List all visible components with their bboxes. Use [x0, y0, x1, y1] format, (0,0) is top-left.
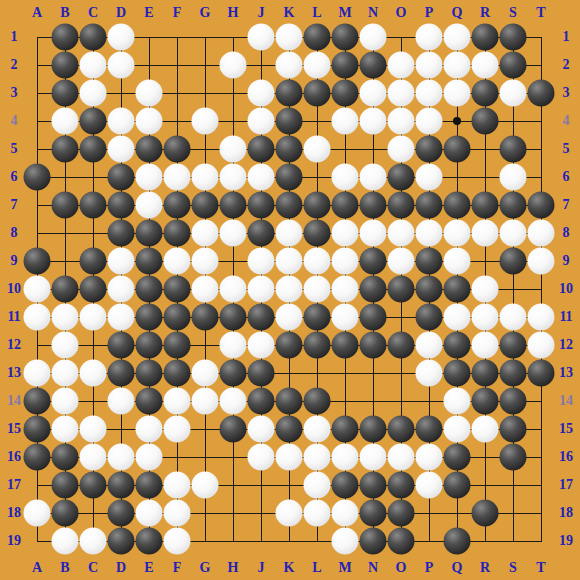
white-stone-G6 — [192, 164, 219, 191]
black-stone-O6 — [388, 164, 415, 191]
black-stone-N12 — [360, 332, 387, 359]
black-stone-H13 — [220, 360, 247, 387]
go-board[interactable]: AABBCCDDEEFFGGHHJJKKLLMMNNOOPPQQRRSSTT11… — [0, 0, 580, 580]
white-stone-J4 — [248, 108, 275, 135]
black-stone-Q19 — [444, 528, 471, 555]
black-stone-J11 — [248, 304, 275, 331]
white-stone-P13 — [416, 360, 443, 387]
white-stone-D14 — [108, 388, 135, 415]
white-stone-O5 — [388, 136, 415, 163]
white-stone-G8 — [192, 220, 219, 247]
black-stone-N17 — [360, 472, 387, 499]
black-stone-M17 — [332, 472, 359, 499]
coordinate-label: K — [284, 6, 295, 20]
coordinate-label: 18 — [559, 506, 573, 520]
black-stone-C7 — [80, 192, 107, 219]
black-stone-K12 — [276, 332, 303, 359]
coordinate-label: D — [116, 6, 126, 20]
black-stone-Q7 — [444, 192, 471, 219]
black-stone-H15 — [220, 416, 247, 443]
black-stone-L11 — [304, 304, 331, 331]
coordinate-label: 1 — [11, 30, 18, 44]
black-stone-A9 — [24, 248, 51, 275]
coordinate-label: 1 — [563, 30, 570, 44]
black-stone-P11 — [416, 304, 443, 331]
black-stone-P10 — [416, 276, 443, 303]
coordinate-label: 18 — [7, 506, 21, 520]
white-stone-M4 — [332, 108, 359, 135]
white-stone-M6 — [332, 164, 359, 191]
black-stone-G7 — [192, 192, 219, 219]
black-stone-D6 — [108, 164, 135, 191]
black-stone-N15 — [360, 416, 387, 443]
black-stone-B17 — [52, 472, 79, 499]
black-stone-A16 — [24, 444, 51, 471]
coordinate-label: B — [60, 561, 69, 575]
black-stone-E12 — [136, 332, 163, 359]
black-stone-E5 — [136, 136, 163, 163]
coordinate-label: D — [116, 561, 126, 575]
black-stone-R13 — [472, 360, 499, 387]
white-stone-K18 — [276, 500, 303, 527]
black-stone-T7 — [528, 192, 555, 219]
white-stone-O3 — [388, 80, 415, 107]
white-stone-G4 — [192, 108, 219, 135]
black-stone-H11 — [220, 304, 247, 331]
black-stone-M7 — [332, 192, 359, 219]
white-stone-K11 — [276, 304, 303, 331]
coordinate-label: 7 — [563, 198, 570, 212]
black-stone-P7 — [416, 192, 443, 219]
black-stone-P15 — [416, 416, 443, 443]
coordinate-label: N — [368, 6, 378, 20]
white-stone-J15 — [248, 416, 275, 443]
black-stone-R14 — [472, 388, 499, 415]
white-stone-N3 — [360, 80, 387, 107]
black-stone-N18 — [360, 500, 387, 527]
black-stone-D7 — [108, 192, 135, 219]
black-stone-O19 — [388, 528, 415, 555]
white-stone-C13 — [80, 360, 107, 387]
coordinate-label: 6 — [563, 170, 570, 184]
coordinate-label: 14 — [7, 394, 21, 408]
white-stone-C16 — [80, 444, 107, 471]
white-stone-N16 — [360, 444, 387, 471]
coordinate-label: 11 — [559, 310, 572, 324]
white-stone-O9 — [388, 248, 415, 275]
white-stone-A10 — [24, 276, 51, 303]
black-stone-B2 — [52, 52, 79, 79]
white-stone-G17 — [192, 472, 219, 499]
black-stone-S1 — [500, 24, 527, 51]
white-stone-J3 — [248, 80, 275, 107]
black-stone-S16 — [500, 444, 527, 471]
coordinate-label: 6 — [11, 170, 18, 184]
black-stone-L3 — [304, 80, 331, 107]
coordinate-label: R — [480, 6, 490, 20]
coordinate-label: 16 — [559, 450, 573, 464]
white-stone-F9 — [164, 248, 191, 275]
black-stone-S13 — [500, 360, 527, 387]
black-stone-Q13 — [444, 360, 471, 387]
black-stone-E10 — [136, 276, 163, 303]
white-stone-B12 — [52, 332, 79, 359]
white-stone-T9 — [528, 248, 555, 275]
black-stone-F11 — [164, 304, 191, 331]
black-stone-K14 — [276, 388, 303, 415]
coordinate-label: 10 — [559, 282, 573, 296]
white-stone-B15 — [52, 416, 79, 443]
coordinate-label: S — [509, 6, 517, 20]
board-vline — [541, 37, 542, 542]
white-stone-R11 — [472, 304, 499, 331]
white-stone-J12 — [248, 332, 275, 359]
coordinate-label: C — [88, 6, 98, 20]
white-stone-H10 — [220, 276, 247, 303]
coordinate-label: B — [60, 6, 69, 20]
white-stone-L2 — [304, 52, 331, 79]
black-stone-E11 — [136, 304, 163, 331]
black-stone-O10 — [388, 276, 415, 303]
black-stone-Q12 — [444, 332, 471, 359]
coordinate-label: F — [173, 561, 182, 575]
black-stone-J7 — [248, 192, 275, 219]
white-stone-D4 — [108, 108, 135, 135]
white-stone-K16 — [276, 444, 303, 471]
coordinate-label: 2 — [563, 58, 570, 72]
white-stone-F14 — [164, 388, 191, 415]
white-stone-L16 — [304, 444, 331, 471]
white-stone-G9 — [192, 248, 219, 275]
black-stone-E9 — [136, 248, 163, 275]
black-stone-D13 — [108, 360, 135, 387]
black-stone-O7 — [388, 192, 415, 219]
black-stone-R18 — [472, 500, 499, 527]
white-stone-T12 — [528, 332, 555, 359]
white-stone-M11 — [332, 304, 359, 331]
coordinate-label: H — [228, 6, 239, 20]
coordinate-label: M — [338, 6, 351, 20]
black-stone-C17 — [80, 472, 107, 499]
black-stone-S7 — [500, 192, 527, 219]
white-stone-K2 — [276, 52, 303, 79]
white-stone-E18 — [136, 500, 163, 527]
black-stone-J13 — [248, 360, 275, 387]
black-stone-Q10 — [444, 276, 471, 303]
white-stone-C19 — [80, 528, 107, 555]
black-stone-C5 — [80, 136, 107, 163]
white-stone-M8 — [332, 220, 359, 247]
black-stone-K4 — [276, 108, 303, 135]
black-stone-O18 — [388, 500, 415, 527]
coordinate-label: 19 — [559, 534, 573, 548]
coordinate-label: O — [396, 6, 407, 20]
black-stone-B1 — [52, 24, 79, 51]
white-stone-C11 — [80, 304, 107, 331]
black-stone-A15 — [24, 416, 51, 443]
white-stone-Q3 — [444, 80, 471, 107]
black-stone-D19 — [108, 528, 135, 555]
black-stone-E17 — [136, 472, 163, 499]
black-stone-S15 — [500, 416, 527, 443]
white-stone-L15 — [304, 416, 331, 443]
white-stone-H6 — [220, 164, 247, 191]
white-stone-J10 — [248, 276, 275, 303]
black-stone-F7 — [164, 192, 191, 219]
coordinate-label: 12 — [559, 338, 573, 352]
black-stone-S9 — [500, 248, 527, 275]
black-stone-K15 — [276, 416, 303, 443]
white-stone-P4 — [416, 108, 443, 135]
white-stone-P2 — [416, 52, 443, 79]
white-stone-S6 — [500, 164, 527, 191]
coordinate-label: 11 — [7, 310, 20, 324]
coordinate-label: Q — [452, 561, 463, 575]
white-stone-Q15 — [444, 416, 471, 443]
black-stone-D18 — [108, 500, 135, 527]
white-stone-N8 — [360, 220, 387, 247]
black-stone-D8 — [108, 220, 135, 247]
white-stone-A11 — [24, 304, 51, 331]
coordinate-label: L — [312, 6, 321, 20]
coordinate-label: M — [338, 561, 351, 575]
white-stone-M9 — [332, 248, 359, 275]
white-stone-F19 — [164, 528, 191, 555]
coordinate-label: J — [258, 561, 265, 575]
coordinate-label: R — [480, 561, 490, 575]
black-stone-M15 — [332, 416, 359, 443]
black-stone-F12 — [164, 332, 191, 359]
coordinate-label: 17 — [559, 478, 573, 492]
white-stone-R12 — [472, 332, 499, 359]
white-stone-P16 — [416, 444, 443, 471]
white-stone-M16 — [332, 444, 359, 471]
black-stone-Q5 — [444, 136, 471, 163]
coordinate-label: 8 — [11, 226, 18, 240]
black-stone-B5 — [52, 136, 79, 163]
black-stone-E8 — [136, 220, 163, 247]
white-stone-R15 — [472, 416, 499, 443]
black-stone-N9 — [360, 248, 387, 275]
white-stone-D9 — [108, 248, 135, 275]
white-stone-G14 — [192, 388, 219, 415]
coordinate-label: T — [536, 6, 545, 20]
white-stone-N4 — [360, 108, 387, 135]
black-stone-Q16 — [444, 444, 471, 471]
black-stone-L14 — [304, 388, 331, 415]
black-stone-P9 — [416, 248, 443, 275]
white-stone-O4 — [388, 108, 415, 135]
coordinate-label: 14 — [559, 394, 573, 408]
white-stone-E4 — [136, 108, 163, 135]
black-stone-F8 — [164, 220, 191, 247]
black-stone-N11 — [360, 304, 387, 331]
black-stone-T13 — [528, 360, 555, 387]
coordinate-label: 2 — [11, 58, 18, 72]
coordinate-label: 19 — [7, 534, 21, 548]
white-stone-P6 — [416, 164, 443, 191]
black-stone-C1 — [80, 24, 107, 51]
black-stone-Q17 — [444, 472, 471, 499]
coordinate-label: 9 — [563, 254, 570, 268]
white-stone-N1 — [360, 24, 387, 51]
white-stone-B14 — [52, 388, 79, 415]
white-stone-D11 — [108, 304, 135, 331]
white-stone-H8 — [220, 220, 247, 247]
white-stone-A13 — [24, 360, 51, 387]
black-stone-T3 — [528, 80, 555, 107]
white-stone-J16 — [248, 444, 275, 471]
coordinate-label: 5 — [563, 142, 570, 156]
white-stone-S8 — [500, 220, 527, 247]
black-stone-K7 — [276, 192, 303, 219]
white-stone-F15 — [164, 416, 191, 443]
black-stone-N19 — [360, 528, 387, 555]
black-stone-A14 — [24, 388, 51, 415]
white-stone-J1 — [248, 24, 275, 51]
white-stone-H5 — [220, 136, 247, 163]
coordinate-label: 13 — [559, 366, 573, 380]
white-stone-P1 — [416, 24, 443, 51]
white-stone-S11 — [500, 304, 527, 331]
black-stone-B7 — [52, 192, 79, 219]
black-stone-C9 — [80, 248, 107, 275]
white-stone-R10 — [472, 276, 499, 303]
white-stone-O8 — [388, 220, 415, 247]
coordinate-label: S — [509, 561, 517, 575]
white-stone-L9 — [304, 248, 331, 275]
black-stone-N2 — [360, 52, 387, 79]
white-stone-R8 — [472, 220, 499, 247]
coordinate-label: 15 — [559, 422, 573, 436]
white-stone-T11 — [528, 304, 555, 331]
white-stone-B4 — [52, 108, 79, 135]
black-stone-N10 — [360, 276, 387, 303]
white-stone-C3 — [80, 80, 107, 107]
white-stone-D2 — [108, 52, 135, 79]
white-stone-Q11 — [444, 304, 471, 331]
black-stone-D17 — [108, 472, 135, 499]
black-stone-R1 — [472, 24, 499, 51]
white-stone-H12 — [220, 332, 247, 359]
white-stone-Q8 — [444, 220, 471, 247]
black-stone-S12 — [500, 332, 527, 359]
white-stone-M19 — [332, 528, 359, 555]
white-stone-K10 — [276, 276, 303, 303]
white-stone-K1 — [276, 24, 303, 51]
coordinate-label: P — [425, 6, 434, 20]
black-stone-M12 — [332, 332, 359, 359]
white-stone-L5 — [304, 136, 331, 163]
white-stone-G10 — [192, 276, 219, 303]
black-stone-L1 — [304, 24, 331, 51]
white-stone-P17 — [416, 472, 443, 499]
coordinate-label: 4 — [11, 114, 18, 128]
white-stone-C2 — [80, 52, 107, 79]
black-stone-L7 — [304, 192, 331, 219]
coordinate-label: 5 — [11, 142, 18, 156]
coordinate-label: 13 — [7, 366, 21, 380]
white-stone-M10 — [332, 276, 359, 303]
coordinate-label: E — [144, 561, 153, 575]
white-stone-P12 — [416, 332, 443, 359]
black-stone-M2 — [332, 52, 359, 79]
black-stone-E13 — [136, 360, 163, 387]
black-stone-B10 — [52, 276, 79, 303]
coordinate-label: 10 — [7, 282, 21, 296]
white-stone-S3 — [500, 80, 527, 107]
black-stone-D12 — [108, 332, 135, 359]
black-stone-B3 — [52, 80, 79, 107]
black-stone-L12 — [304, 332, 331, 359]
white-stone-F6 — [164, 164, 191, 191]
black-stone-A6 — [24, 164, 51, 191]
white-stone-E6 — [136, 164, 163, 191]
white-stone-N6 — [360, 164, 387, 191]
white-stone-D1 — [108, 24, 135, 51]
black-stone-F10 — [164, 276, 191, 303]
white-stone-J6 — [248, 164, 275, 191]
black-stone-E19 — [136, 528, 163, 555]
coordinate-label: G — [200, 6, 211, 20]
black-stone-E14 — [136, 388, 163, 415]
coordinate-label: C — [88, 561, 98, 575]
white-stone-Q9 — [444, 248, 471, 275]
white-stone-B13 — [52, 360, 79, 387]
coordinate-label: 7 — [11, 198, 18, 212]
coordinate-label: Q — [452, 6, 463, 20]
coordinate-label: F — [173, 6, 182, 20]
black-stone-O17 — [388, 472, 415, 499]
white-stone-Q14 — [444, 388, 471, 415]
black-stone-S5 — [500, 136, 527, 163]
white-stone-K8 — [276, 220, 303, 247]
black-stone-M3 — [332, 80, 359, 107]
coordinate-label: N — [368, 561, 378, 575]
coordinate-label: 3 — [563, 86, 570, 100]
white-stone-L10 — [304, 276, 331, 303]
black-stone-G11 — [192, 304, 219, 331]
black-stone-K5 — [276, 136, 303, 163]
black-stone-S2 — [500, 52, 527, 79]
coordinate-label: 17 — [7, 478, 21, 492]
white-stone-E16 — [136, 444, 163, 471]
black-stone-F5 — [164, 136, 191, 163]
white-stone-A18 — [24, 500, 51, 527]
black-stone-R7 — [472, 192, 499, 219]
black-stone-O15 — [388, 416, 415, 443]
black-stone-M1 — [332, 24, 359, 51]
white-stone-D5 — [108, 136, 135, 163]
coordinate-label: G — [200, 561, 211, 575]
white-stone-L17 — [304, 472, 331, 499]
white-stone-D10 — [108, 276, 135, 303]
white-stone-B19 — [52, 528, 79, 555]
black-stone-B18 — [52, 500, 79, 527]
black-stone-J8 — [248, 220, 275, 247]
white-stone-E7 — [136, 192, 163, 219]
black-stone-O12 — [388, 332, 415, 359]
coordinate-label: T — [536, 561, 545, 575]
white-stone-P3 — [416, 80, 443, 107]
coordinate-label: 9 — [11, 254, 18, 268]
white-stone-Q2 — [444, 52, 471, 79]
white-stone-G13 — [192, 360, 219, 387]
black-stone-N7 — [360, 192, 387, 219]
coordinate-label: H — [228, 561, 239, 575]
white-stone-E3 — [136, 80, 163, 107]
white-stone-D16 — [108, 444, 135, 471]
